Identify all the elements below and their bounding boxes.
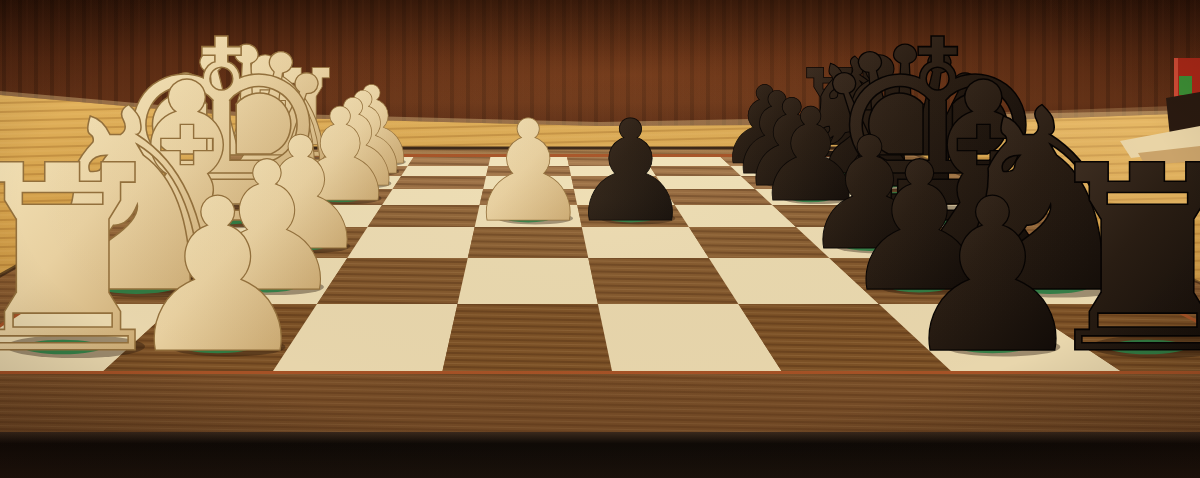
- black-pawn-glyph: ♟: [568, 90, 694, 253]
- square-g4[interactable]: [458, 258, 598, 304]
- black-rook-glyph: ♜: [1032, 111, 1200, 411]
- piece-black-pawn-e5[interactable]: ♟: [568, 90, 694, 253]
- chess-photo-scene: ♜♟♟♜♞♟♟♞♝♟♟♝♛♟♟♛♚♟♟♚♝♟♟♝♞♟♟♞♜♟♟♜: [0, 0, 1200, 478]
- square-h4[interactable]: [443, 304, 613, 371]
- board-edge: [0, 429, 1200, 478]
- chess-board-scene-svg: ♜♟♟♜♞♟♟♞♝♟♟♝♛♟♟♛♚♟♟♚♝♟♟♝♞♟♟♞♜♟♟♜: [0, 0, 1200, 478]
- piece-white-pawn-h2[interactable]: ♟: [122, 153, 312, 400]
- piece-black-rook-h8[interactable]: ♜: [1032, 111, 1200, 411]
- white-pawn-glyph: ♟: [122, 153, 312, 400]
